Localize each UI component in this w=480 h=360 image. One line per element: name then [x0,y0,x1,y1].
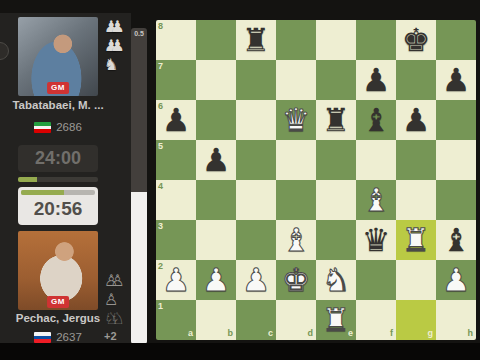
bottom-player-time-bar [21,190,95,195]
square-b8[interactable] [196,20,236,60]
square-b4[interactable] [196,180,236,220]
piece-black-p-a6[interactable]: ♟ [156,100,196,140]
square-c4[interactable] [236,180,276,220]
bottom-player-clock: 20:56 [18,187,98,225]
piece-white-r-g3[interactable]: ♜ [396,220,436,260]
captured-p-icon: ♟ [110,17,124,36]
square-b1[interactable]: b [196,300,236,340]
top-player-rating: 2686 [56,121,82,133]
square-b5[interactable]: ♟ [196,140,236,180]
piece-white-p-a2[interactable]: ♟ [156,260,196,300]
captured-p-icon: ♟ [110,36,124,55]
bottom-player-time-bar-fill [21,190,64,195]
bottom-player-name[interactable]: Pechac, Jergus [0,312,116,324]
square-g8[interactable]: ♚ [396,20,436,60]
iran-flag-icon [34,122,51,133]
square-h4[interactable] [436,180,476,220]
square-c5[interactable] [236,140,276,180]
piece-white-b-f4[interactable]: ♝ [356,180,396,220]
bottom-player-clock-time: 20:56 [34,198,83,219]
piece-black-p-h7[interactable]: ♟ [436,60,476,100]
bottom-player-rating: 2637 [56,331,82,343]
captured-n-icon: ♘ [110,309,124,328]
square-a3[interactable]: 3 [156,220,196,260]
square-g4[interactable] [396,180,436,220]
rank-label-7: 7 [158,62,163,71]
square-e3[interactable] [316,220,356,260]
rank-label-4: 4 [158,182,163,191]
piece-black-p-f7[interactable]: ♟ [356,60,396,100]
slovakia-flag-icon [34,332,51,343]
captured-white-pieces-tray: ♟♟♟♟♞ [104,17,134,74]
square-a1[interactable]: 1a [156,300,196,340]
square-b7[interactable] [196,60,236,100]
square-f6[interactable]: ♝ [356,100,396,140]
square-f5[interactable] [356,140,396,180]
file-label-f: f [390,329,393,338]
square-a4[interactable]: 4 [156,180,196,220]
top-player-time-bar [18,177,98,182]
top-player-photo[interactable]: GM [18,17,98,96]
evaluation-value: 0.5 [131,30,147,37]
square-d2[interactable]: ♚ [276,260,316,300]
piece-white-b-d3[interactable]: ♝ [276,220,316,260]
broadcast-screen: GM Tabatabaei, M. ... 2686 24:00 20:56 G… [0,0,480,360]
captured-group-nx1: ♞ [104,55,134,74]
square-d5[interactable] [276,140,316,180]
square-d3[interactable]: ♝ [276,220,316,260]
square-b2[interactable]: ♟ [196,260,236,300]
square-d6[interactable]: ♛ [276,100,316,140]
top-player-rating-row: 2686 [0,121,116,133]
square-a5[interactable]: 5 [156,140,196,180]
captured-group-px1: ♙ [104,290,134,309]
rank-label-1: 1 [158,302,163,311]
file-label-b: b [228,329,234,338]
square-g1[interactable]: g [396,300,436,340]
square-b3[interactable] [196,220,236,260]
piece-white-q-d6[interactable]: ♛ [276,100,316,140]
square-e4[interactable] [316,180,356,220]
evaluation-bar-white-fill [131,192,147,344]
square-f8[interactable] [356,20,396,60]
square-g2[interactable] [396,260,436,300]
top-player-name[interactable]: Tabatabaei, M. ... [0,99,116,111]
piece-white-r-e1[interactable]: ♜ [316,300,356,340]
square-a2[interactable]: 2♟ [156,260,196,300]
bottom-player-photo[interactable]: GM [18,231,98,310]
piece-white-p-h2[interactable]: ♟ [436,260,476,300]
piece-black-r-c8[interactable]: ♜ [236,20,276,60]
square-c3[interactable] [236,220,276,260]
square-c2[interactable]: ♟ [236,260,276,300]
square-d8[interactable] [276,20,316,60]
piece-white-k-d2[interactable]: ♚ [276,260,316,300]
square-h2[interactable]: ♟ [436,260,476,300]
captured-n-icon: ♞ [104,55,118,74]
square-h7[interactable]: ♟ [436,60,476,100]
piece-white-p-c2[interactable]: ♟ [236,260,276,300]
square-f7[interactable]: ♟ [356,60,396,100]
square-d7[interactable] [276,60,316,100]
file-label-h: h [468,329,474,338]
captured-group-nx2: ♘♘ [104,309,134,328]
rank-label-3: 3 [158,222,163,231]
square-d4[interactable] [276,180,316,220]
square-a7[interactable]: 7 [156,60,196,100]
piece-white-p-b2[interactable]: ♟ [196,260,236,300]
bottom-player-title-badge: GM [47,296,69,308]
square-h5[interactable] [436,140,476,180]
square-h8[interactable] [436,20,476,60]
square-f2[interactable] [356,260,396,300]
captured-group-px2: ♙♙ [104,271,134,290]
square-e8[interactable] [316,20,356,60]
square-g7[interactable] [396,60,436,100]
square-e7[interactable] [316,60,356,100]
piece-white-n-e2[interactable]: ♞ [316,260,356,300]
square-b6[interactable] [196,100,236,140]
square-g5[interactable] [396,140,436,180]
square-c8[interactable]: ♜ [236,20,276,60]
piece-black-k-g8[interactable]: ♚ [396,20,436,60]
square-h1[interactable]: h [436,300,476,340]
piece-black-p-b5[interactable]: ♟ [196,140,236,180]
file-label-g: g [428,329,434,338]
captured-black-pieces-tray: ♙♙♙♘♘+2 [104,271,134,344]
square-c6[interactable] [236,100,276,140]
piece-black-q-f3[interactable]: ♛ [356,220,396,260]
piece-black-b-h3[interactable]: ♝ [436,220,476,260]
square-e2[interactable]: ♞ [316,260,356,300]
square-a6[interactable]: 6♟ [156,100,196,140]
square-f1[interactable]: f [356,300,396,340]
captured-group-px2: ♟♟ [104,36,134,55]
bottom-strip [0,343,480,360]
square-a8[interactable]: 8 [156,20,196,60]
top-player-time-bar-fill [18,177,37,182]
evaluation-bar: 0.5 [131,28,147,344]
piece-black-p-g6[interactable]: ♟ [396,100,436,140]
material-advantage: +2 [104,328,134,344]
top-player-clock: 24:00 [18,145,98,172]
file-label-c: c [268,329,273,338]
piece-black-b-f6[interactable]: ♝ [356,100,396,140]
top-player-title-badge: GM [47,82,69,94]
captured-p-icon: ♙ [110,271,124,290]
square-e5[interactable] [316,140,356,180]
captured-group-px2: ♟♟ [104,17,134,36]
square-e6[interactable]: ♜ [316,100,356,140]
square-h6[interactable] [436,100,476,140]
square-e1[interactable]: e♜ [316,300,356,340]
bottom-player-rating-row: 2637 [0,331,116,343]
square-c7[interactable] [236,60,276,100]
captured-p-icon: ♙ [104,290,118,309]
square-h3[interactable]: ♝ [436,220,476,260]
square-c1[interactable]: c [236,300,276,340]
square-f4[interactable]: ♝ [356,180,396,220]
square-f3[interactable]: ♛ [356,220,396,260]
square-g3[interactable]: ♜ [396,220,436,260]
square-g6[interactable]: ♟ [396,100,436,140]
file-label-d: d [308,329,314,338]
rank-label-5: 5 [158,142,163,151]
chess-board[interactable]: 8♜♚7♟♟6♟♛♜♝♟5♟4♝3♝♛♜♝2♟♟♟♚♞♟1abcde♜fgh [156,20,476,340]
rank-label-8: 8 [158,22,163,31]
square-d1[interactable]: d [276,300,316,340]
file-label-a: a [188,329,193,338]
piece-black-r-e6[interactable]: ♜ [316,100,356,140]
